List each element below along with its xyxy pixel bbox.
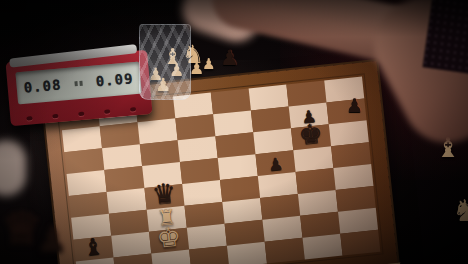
board-square-h6 xyxy=(265,238,305,264)
captured-white-pawn: ♟ xyxy=(202,57,215,72)
sequined-dress xyxy=(422,0,468,76)
chess-game-photo: 0.08 0.09 ♝♞♟♟♟♟♟♟♟♜♝♞♛♟ ♟♚♟♛♜♝♚ xyxy=(0,0,468,264)
captured-white-bishop: ♝ xyxy=(436,134,460,161)
clock-display: 0.08 0.09 xyxy=(15,62,141,105)
captured-white-pawn: ♟ xyxy=(189,60,204,77)
captured-black-pawn: ♟ xyxy=(220,48,239,69)
black-pawn-b7: ♟ xyxy=(300,108,317,127)
clock-left-time: 0.08 xyxy=(23,77,62,96)
captured-white-knight: ♞ xyxy=(452,196,468,226)
crystal-glass xyxy=(139,24,191,100)
captured-black-queen: ♛ xyxy=(0,206,41,252)
opponent-hand-blurred xyxy=(0,140,26,196)
black-pawn-d6: ♟ xyxy=(267,155,284,174)
board-square-h4 xyxy=(189,246,229,264)
board-square-h8 xyxy=(340,230,380,256)
board-square-h7 xyxy=(302,234,342,260)
board-square-h5 xyxy=(227,242,267,264)
clock-right-time: 0.09 xyxy=(95,70,134,89)
white-rook-f3: ♜ xyxy=(156,207,177,230)
clock-display-icons xyxy=(74,80,82,86)
black-bishop-g1: ♝ xyxy=(82,235,105,260)
chess-clock: 0.08 0.09 xyxy=(5,50,152,126)
